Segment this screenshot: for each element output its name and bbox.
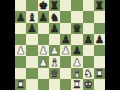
square-f2[interactable]: ♝ <box>71 68 82 79</box>
square-g8[interactable] <box>83 0 94 11</box>
square-f3[interactable]: ♟ <box>71 56 82 67</box>
square-e8[interactable] <box>60 0 71 11</box>
piece-white-pawn-c3[interactable]: ♟ <box>38 56 47 66</box>
square-f1[interactable]: ♜ <box>71 79 82 90</box>
square-c1[interactable] <box>38 79 49 90</box>
piece-black-knight-d7[interactable]: ♞ <box>50 11 59 21</box>
square-g2[interactable]: ♞ <box>83 68 94 79</box>
square-d6[interactable]: ♟ <box>49 23 60 34</box>
square-b3[interactable] <box>26 56 37 67</box>
square-c7[interactable]: ♟ <box>38 11 49 22</box>
square-a6[interactable] <box>15 23 26 34</box>
app-screen: ♚♜♜♟♝♟♞♟♟♛♟♟♟♟♟♟♟♟♟♝♟♛♝♞♜♜♜♚ <box>0 0 120 90</box>
piece-black-pawn-e5[interactable]: ♟ <box>61 34 70 44</box>
square-g1[interactable]: ♚ <box>83 79 94 90</box>
square-f4[interactable]: ♟ <box>71 45 82 56</box>
square-f7[interactable] <box>71 11 82 22</box>
square-h3[interactable] <box>94 56 105 67</box>
piece-black-pawn-d6[interactable]: ♟ <box>50 23 59 33</box>
square-b5[interactable] <box>26 34 37 45</box>
square-a4[interactable]: ♟ <box>15 45 26 56</box>
piece-white-pawn-e4[interactable]: ♟ <box>61 45 70 55</box>
piece-white-rook-f1[interactable]: ♜ <box>72 79 81 89</box>
square-c2[interactable] <box>38 68 49 79</box>
square-g5[interactable]: ♟ <box>83 34 94 45</box>
square-c5[interactable] <box>38 34 49 45</box>
square-a1[interactable]: ♜ <box>15 79 26 90</box>
square-g7[interactable] <box>83 11 94 22</box>
square-h7[interactable] <box>94 11 105 22</box>
square-a7[interactable]: ♟ <box>15 11 26 22</box>
square-d5[interactable] <box>49 34 60 45</box>
square-e4[interactable]: ♟ <box>60 45 71 56</box>
square-f8[interactable] <box>71 0 82 11</box>
square-e3[interactable] <box>60 56 71 67</box>
square-a2[interactable] <box>15 68 26 79</box>
square-d8[interactable]: ♜ <box>49 0 60 11</box>
piece-white-knight-g2[interactable]: ♞ <box>83 68 92 78</box>
piece-black-pawn-b6[interactable]: ♟ <box>27 23 36 33</box>
square-a3[interactable] <box>15 56 26 67</box>
square-c6[interactable] <box>38 23 49 34</box>
square-d3[interactable]: ♝ <box>49 56 60 67</box>
square-e1[interactable] <box>60 79 71 90</box>
square-h4[interactable] <box>94 45 105 56</box>
square-b7[interactable]: ♝ <box>26 11 37 22</box>
square-e6[interactable] <box>60 23 71 34</box>
square-g4[interactable] <box>83 45 94 56</box>
square-h6[interactable] <box>94 23 105 34</box>
square-e5[interactable]: ♟ <box>60 34 71 45</box>
square-h5[interactable]: ♟ <box>94 34 105 45</box>
square-b1[interactable] <box>26 79 37 90</box>
square-f5[interactable] <box>71 34 82 45</box>
piece-black-rook-h8[interactable]: ♜ <box>95 0 104 10</box>
piece-white-rook-h2[interactable]: ♜ <box>95 68 104 78</box>
square-a8[interactable] <box>15 0 26 11</box>
square-g3[interactable] <box>83 56 94 67</box>
square-g6[interactable] <box>83 23 94 34</box>
square-c4[interactable]: ♟ <box>38 45 49 56</box>
square-h2[interactable]: ♜ <box>94 68 105 79</box>
chess-board: ♚♜♜♟♝♟♞♟♟♛♟♟♟♟♟♟♟♟♟♝♟♛♝♞♜♜♜♚ <box>15 0 105 90</box>
piece-white-king-g1[interactable]: ♚ <box>83 79 92 89</box>
piece-white-bishop-d3[interactable]: ♝ <box>50 56 59 66</box>
piece-white-queen-d2[interactable]: ♛ <box>50 68 59 78</box>
piece-black-king-c8[interactable]: ♚ <box>38 0 47 10</box>
piece-black-pawn-h5[interactable]: ♟ <box>95 34 104 44</box>
piece-black-queen-f6[interactable]: ♛ <box>72 23 81 33</box>
square-d7[interactable]: ♞ <box>49 11 60 22</box>
piece-black-pawn-a7[interactable]: ♟ <box>16 11 25 21</box>
square-d2[interactable]: ♛ <box>49 68 60 79</box>
piece-white-bishop-f2[interactable]: ♝ <box>72 68 81 78</box>
square-b2[interactable] <box>26 68 37 79</box>
square-f6[interactable]: ♛ <box>71 23 82 34</box>
piece-white-pawn-a4[interactable]: ♟ <box>16 45 25 55</box>
square-e7[interactable] <box>60 11 71 22</box>
square-e2[interactable] <box>60 68 71 79</box>
square-d4[interactable]: ♟ <box>49 45 60 56</box>
square-b8[interactable] <box>26 0 37 11</box>
piece-black-pawn-g5[interactable]: ♟ <box>83 34 92 44</box>
piece-black-pawn-c7[interactable]: ♟ <box>38 11 47 21</box>
square-h8[interactable]: ♜ <box>94 0 105 11</box>
square-b4[interactable] <box>26 45 37 56</box>
square-c8[interactable]: ♚ <box>38 0 49 11</box>
square-a5[interactable] <box>15 34 26 45</box>
piece-white-pawn-f3[interactable]: ♟ <box>72 56 81 66</box>
square-h1[interactable] <box>94 79 105 90</box>
piece-white-pawn-c4[interactable]: ♟ <box>38 45 47 55</box>
piece-white-pawn-d4[interactable]: ♟ <box>50 45 59 55</box>
piece-white-rook-a1[interactable]: ♜ <box>16 79 25 89</box>
square-c3[interactable]: ♟ <box>38 56 49 67</box>
square-b6[interactable]: ♟ <box>26 23 37 34</box>
square-d1[interactable] <box>49 79 60 90</box>
piece-black-rook-d8[interactable]: ♜ <box>50 0 59 10</box>
piece-black-bishop-b7[interactable]: ♝ <box>27 11 36 21</box>
piece-black-pawn-f4[interactable]: ♟ <box>72 45 81 55</box>
